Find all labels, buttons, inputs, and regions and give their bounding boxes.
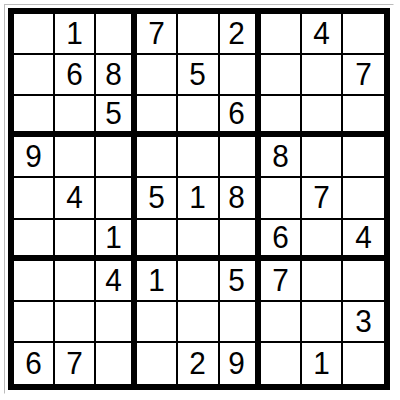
cell-r9c7[interactable] [261,343,302,384]
given-digit: 6 [229,98,246,129]
cell-r2c3[interactable]: 8 [96,55,137,96]
cell-r7c4[interactable]: 1 [137,261,178,302]
given-digit: 2 [229,18,246,49]
cell-r8c1[interactable] [14,302,55,343]
cell-r6c8[interactable] [302,220,343,261]
cell-r3c6[interactable]: 6 [220,96,261,137]
given-digit: 5 [105,98,122,129]
cell-r5c3[interactable] [96,178,137,219]
cell-r4c2[interactable] [55,137,96,178]
cell-r5c4[interactable]: 5 [137,178,178,219]
cell-r4c9[interactable] [343,137,384,178]
cell-r1c2[interactable]: 1 [55,14,96,55]
cell-r4c7[interactable]: 8 [261,137,302,178]
given-digit: 6 [272,222,289,253]
cell-r8c6[interactable] [220,302,261,343]
given-digit: 7 [355,59,372,90]
cell-r8c3[interactable] [96,302,137,343]
given-digit: 1 [313,348,330,379]
cell-r6c1[interactable] [14,220,55,261]
cell-r6c5[interactable] [178,220,219,261]
cell-r1c6[interactable]: 2 [220,14,261,55]
given-digit: 9 [25,141,42,172]
cell-r1c8[interactable]: 4 [302,14,343,55]
cell-r1c1[interactable] [14,14,55,55]
cell-r7c2[interactable] [55,261,96,302]
given-digit: 1 [149,265,166,296]
given-digit: 7 [272,265,289,296]
cell-r8c8[interactable] [302,302,343,343]
cell-r8c5[interactable] [178,302,219,343]
cell-r2c9[interactable]: 7 [343,55,384,96]
cell-r6c9[interactable]: 4 [343,220,384,261]
cell-r8c9[interactable]: 3 [343,302,384,343]
given-digit: 4 [66,182,83,213]
given-digit: 5 [149,182,166,213]
cell-r2c2[interactable]: 6 [55,55,96,96]
cell-r9c3[interactable] [96,343,137,384]
cell-r1c5[interactable] [178,14,219,55]
cell-r3c8[interactable] [302,96,343,137]
cell-r6c6[interactable] [220,220,261,261]
cell-r7c3[interactable]: 4 [96,261,137,302]
cell-r5c6[interactable]: 8 [220,178,261,219]
cell-r3c3[interactable]: 5 [96,96,137,137]
given-digit: 1 [66,18,83,49]
cell-r5c2[interactable]: 4 [55,178,96,219]
cell-r6c3[interactable]: 1 [96,220,137,261]
cell-r8c2[interactable] [55,302,96,343]
cell-r9c8[interactable]: 1 [302,343,343,384]
cell-r1c9[interactable] [343,14,384,55]
cell-r4c5[interactable] [178,137,219,178]
cell-r1c7[interactable] [261,14,302,55]
cell-r5c5[interactable]: 1 [178,178,219,219]
cell-r9c1[interactable]: 6 [14,343,55,384]
cell-r7c9[interactable] [343,261,384,302]
cell-r9c9[interactable] [343,343,384,384]
given-digit: 4 [313,18,330,49]
cell-r9c4[interactable] [137,343,178,384]
cell-r6c7[interactable]: 6 [261,220,302,261]
cell-r2c1[interactable] [14,55,55,96]
cell-r8c4[interactable] [137,302,178,343]
cell-r5c7[interactable] [261,178,302,219]
cell-r7c7[interactable]: 7 [261,261,302,302]
board-frame: 172468575698451871644157367291 [4,4,394,394]
cell-r5c1[interactable] [14,178,55,219]
cell-r9c2[interactable]: 7 [55,343,96,384]
given-digit: 5 [190,59,207,90]
cell-r5c9[interactable] [343,178,384,219]
cell-r2c8[interactable] [302,55,343,96]
given-digit: 8 [229,182,246,213]
cell-r2c6[interactable] [220,55,261,96]
cell-r4c8[interactable] [302,137,343,178]
given-digit: 6 [66,59,83,90]
cell-r7c6[interactable]: 5 [220,261,261,302]
cell-r2c7[interactable] [261,55,302,96]
cell-r5c8[interactable]: 7 [302,178,343,219]
cell-r4c4[interactable] [137,137,178,178]
cell-r9c5[interactable]: 2 [178,343,219,384]
cell-r9c6[interactable]: 9 [220,343,261,384]
given-digit: 9 [229,348,246,379]
given-digit: 7 [149,18,166,49]
sudoku-board: 172468575698451871644157367291 [8,8,390,390]
given-digit: 8 [272,141,289,172]
given-digit: 5 [229,265,246,296]
cell-r6c2[interactable] [55,220,96,261]
given-digit: 2 [190,348,207,379]
given-digit: 3 [355,306,372,337]
cell-r3c1[interactable] [14,96,55,137]
given-digit: 4 [355,222,372,253]
cell-r4c3[interactable] [96,137,137,178]
cell-r7c1[interactable] [14,261,55,302]
cell-r1c3[interactable] [96,14,137,55]
given-digit: 7 [313,182,330,213]
cell-r7c5[interactable] [178,261,219,302]
cell-r3c4[interactable] [137,96,178,137]
given-digit: 8 [105,59,122,90]
cell-r1c4[interactable]: 7 [137,14,178,55]
cell-r8c7[interactable] [261,302,302,343]
cell-r7c8[interactable] [302,261,343,302]
cell-r4c6[interactable] [220,137,261,178]
cell-r3c7[interactable] [261,96,302,137]
given-digit: 6 [25,348,42,379]
cell-r6c4[interactable] [137,220,178,261]
cell-r3c5[interactable] [178,96,219,137]
given-digit: 1 [190,182,207,213]
given-digit: 4 [105,265,122,296]
cell-r3c9[interactable] [343,96,384,137]
cell-r2c4[interactable] [137,55,178,96]
given-digit: 7 [66,348,83,379]
cell-r2c5[interactable]: 5 [178,55,219,96]
cell-r3c2[interactable] [55,96,96,137]
given-digit: 1 [105,222,122,253]
cell-r4c1[interactable]: 9 [14,137,55,178]
